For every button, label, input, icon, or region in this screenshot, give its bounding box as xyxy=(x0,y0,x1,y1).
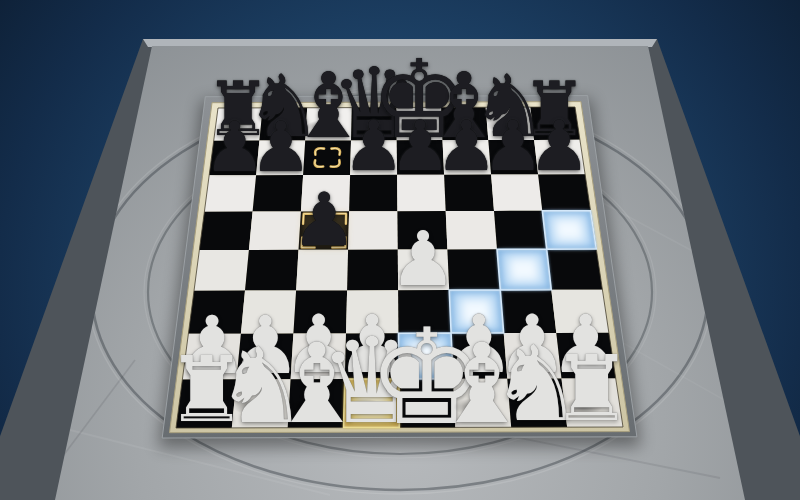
square-h4[interactable] xyxy=(547,249,603,290)
piece-black-pawn-h7[interactable]: ♟ xyxy=(528,111,590,181)
square-a5[interactable] xyxy=(199,212,252,251)
game-viewport: ♜♞♝♛♚♝♞♜♟♟♟♟♟♟♟♟♟♟♟♟♟♟♟♟♜♞♝♛♚♝♞♜ xyxy=(0,0,800,500)
square-g5[interactable] xyxy=(494,211,547,250)
legal-move-highlight xyxy=(554,219,585,241)
square-a4[interactable] xyxy=(194,250,249,291)
piece-white-rook-h1[interactable]: ♜ xyxy=(551,344,632,435)
piece-black-pawn-b7[interactable]: ♟ xyxy=(250,112,312,182)
legal-move-highlight xyxy=(508,258,540,282)
piece-black-pawn-c5[interactable]: ♟ xyxy=(291,183,357,256)
piece-white-pawn-e4[interactable]: ♟ xyxy=(389,221,457,297)
